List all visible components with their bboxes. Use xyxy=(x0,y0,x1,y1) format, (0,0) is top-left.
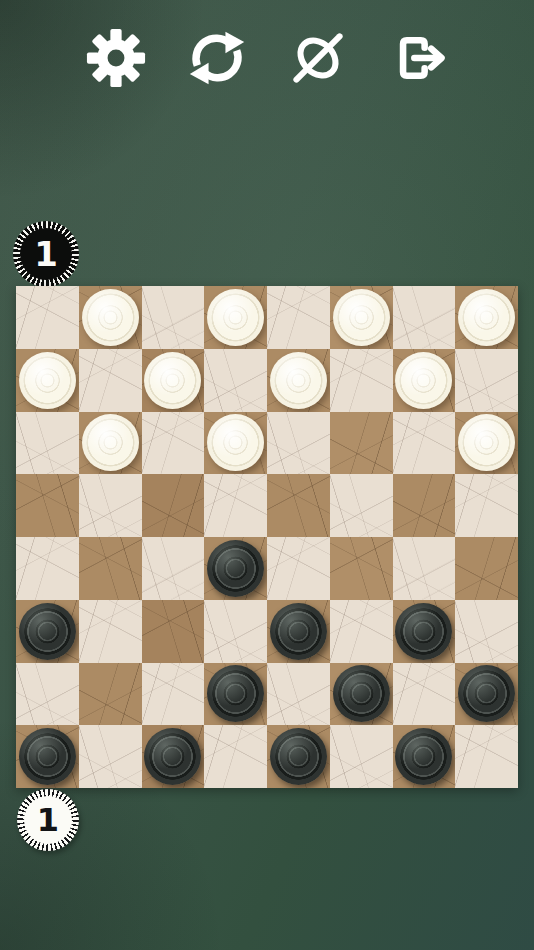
board-square[interactable] xyxy=(330,663,393,726)
board-square xyxy=(455,725,518,788)
board-square[interactable] xyxy=(142,349,205,412)
board-square xyxy=(393,537,456,600)
exit-button[interactable] xyxy=(389,28,449,88)
bottom-timer-badge: 1 xyxy=(17,789,79,851)
board-square xyxy=(142,663,205,726)
board-square[interactable] xyxy=(142,725,205,788)
board-square[interactable] xyxy=(393,474,456,537)
board-square[interactable] xyxy=(16,349,79,412)
restart-sync-icon xyxy=(187,28,247,88)
board-square xyxy=(79,349,142,412)
board-square xyxy=(204,725,267,788)
top-timer-value: 1 xyxy=(34,237,58,271)
board-square[interactable] xyxy=(204,537,267,600)
board-square xyxy=(142,286,205,349)
board-square[interactable] xyxy=(79,537,142,600)
board-square[interactable] xyxy=(393,600,456,663)
board-square[interactable] xyxy=(330,286,393,349)
bottom-timer-value: 1 xyxy=(37,804,59,836)
board-square xyxy=(16,286,79,349)
board-square[interactable] xyxy=(16,600,79,663)
board-square xyxy=(393,286,456,349)
board-square[interactable] xyxy=(267,600,330,663)
board-square xyxy=(79,474,142,537)
board-square xyxy=(330,349,393,412)
black-piece[interactable] xyxy=(395,728,452,785)
board-square xyxy=(330,725,393,788)
black-piece[interactable] xyxy=(19,603,76,660)
board-square[interactable] xyxy=(330,412,393,475)
board-square xyxy=(16,537,79,600)
black-piece[interactable] xyxy=(207,540,264,597)
board-square xyxy=(16,412,79,475)
white-piece[interactable] xyxy=(82,414,139,471)
white-piece[interactable] xyxy=(395,352,452,409)
board-square xyxy=(393,663,456,726)
board-square[interactable] xyxy=(204,286,267,349)
black-piece[interactable] xyxy=(207,665,264,722)
white-piece[interactable] xyxy=(270,352,327,409)
black-piece[interactable] xyxy=(458,665,515,722)
top-timer-badge: 1 xyxy=(13,221,79,287)
black-piece[interactable] xyxy=(395,603,452,660)
pieces-disabled-slash-icon xyxy=(288,28,348,88)
white-piece[interactable] xyxy=(207,289,264,346)
white-piece[interactable] xyxy=(458,289,515,346)
board-square xyxy=(267,286,330,349)
board-square xyxy=(267,412,330,475)
board-square[interactable] xyxy=(267,349,330,412)
board-square xyxy=(79,600,142,663)
toolbar xyxy=(0,28,534,88)
board-square[interactable] xyxy=(142,600,205,663)
white-piece[interactable] xyxy=(82,289,139,346)
board-square[interactable] xyxy=(455,663,518,726)
board-square xyxy=(455,474,518,537)
board-square xyxy=(79,725,142,788)
board-square[interactable] xyxy=(204,412,267,475)
board-square[interactable] xyxy=(79,412,142,475)
board-square xyxy=(204,600,267,663)
board-square xyxy=(455,349,518,412)
white-piece[interactable] xyxy=(207,414,264,471)
black-piece[interactable] xyxy=(270,728,327,785)
board-square xyxy=(330,600,393,663)
white-piece[interactable] xyxy=(458,414,515,471)
board-square xyxy=(393,412,456,475)
board-square xyxy=(142,412,205,475)
board-square[interactable] xyxy=(267,725,330,788)
settings-button[interactable] xyxy=(86,28,146,88)
board-square[interactable] xyxy=(455,286,518,349)
board-square xyxy=(142,537,205,600)
board-square xyxy=(204,474,267,537)
black-piece[interactable] xyxy=(270,603,327,660)
white-piece[interactable] xyxy=(333,289,390,346)
board-square xyxy=(330,474,393,537)
board-square[interactable] xyxy=(79,286,142,349)
pieces-disabled-button[interactable] xyxy=(288,28,348,88)
board-square xyxy=(455,600,518,663)
restart-button[interactable] xyxy=(187,28,247,88)
board-square[interactable] xyxy=(455,537,518,600)
black-piece[interactable] xyxy=(144,728,201,785)
exit-logout-icon xyxy=(389,28,449,88)
settings-gear-icon xyxy=(86,28,146,88)
board-square xyxy=(267,537,330,600)
black-piece[interactable] xyxy=(333,665,390,722)
board-square[interactable] xyxy=(204,663,267,726)
board-square[interactable] xyxy=(79,663,142,726)
checkers-board xyxy=(16,286,518,788)
board-square[interactable] xyxy=(393,725,456,788)
board-square[interactable] xyxy=(393,349,456,412)
board-square[interactable] xyxy=(267,474,330,537)
black-piece[interactable] xyxy=(19,728,76,785)
board-square[interactable] xyxy=(16,725,79,788)
white-piece[interactable] xyxy=(144,352,201,409)
board-square xyxy=(204,349,267,412)
board-square[interactable] xyxy=(16,474,79,537)
board-square[interactable] xyxy=(330,537,393,600)
white-piece[interactable] xyxy=(19,352,76,409)
board-square xyxy=(267,663,330,726)
board-square xyxy=(16,663,79,726)
board-square[interactable] xyxy=(142,474,205,537)
board-square[interactable] xyxy=(455,412,518,475)
